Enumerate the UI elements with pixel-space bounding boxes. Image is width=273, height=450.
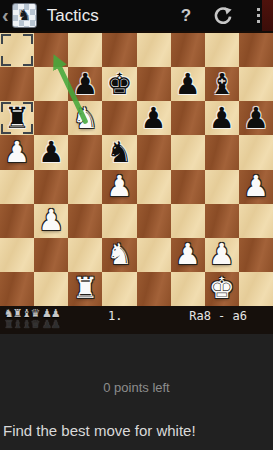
- bar-right-accent: [262, 0, 273, 33]
- square-e4[interactable]: [137, 170, 171, 204]
- square-e3[interactable]: [137, 204, 171, 238]
- square-d8[interactable]: [102, 33, 136, 67]
- square-h3[interactable]: [239, 204, 273, 238]
- square-e7[interactable]: [137, 67, 171, 101]
- square-h8[interactable]: [239, 33, 273, 67]
- action-bar: ‹ ♞ Tactics ?: [0, 0, 273, 31]
- square-f1[interactable]: [171, 272, 205, 306]
- last-move-marker: [23, 56, 33, 66]
- square-g3[interactable]: [205, 204, 239, 238]
- square-e1[interactable]: [137, 272, 171, 306]
- square-b5[interactable]: ♟: [34, 135, 68, 169]
- app-window: ‹ ♞ Tactics ? ♟♚♟♝♜♞♟♟♟♟♟♞♟♟♟♞♟♟♜♚ ♞♜♝♛ …: [0, 0, 273, 450]
- square-c4[interactable]: [68, 170, 102, 204]
- square-h7[interactable]: [239, 67, 273, 101]
- captured-pieces-tray: ♞♜♝♛ ♟♟ ♜♝♝♛ ♟♟: [0, 306, 108, 330]
- square-d3[interactable]: [102, 204, 136, 238]
- last-move-marker: [23, 34, 33, 44]
- square-a8[interactable]: [0, 33, 34, 67]
- square-f2[interactable]: ♟: [171, 238, 205, 272]
- square-g8[interactable]: [205, 33, 239, 67]
- square-e8[interactable]: [137, 33, 171, 67]
- last-move-marker: [1, 102, 11, 112]
- square-e2[interactable]: [137, 238, 171, 272]
- piece-black-pawn: ♟: [209, 104, 235, 133]
- piece-white-king: ♚: [209, 274, 235, 303]
- square-f8[interactable]: [171, 33, 205, 67]
- square-g1[interactable]: ♚: [205, 272, 239, 306]
- square-c2[interactable]: [68, 238, 102, 272]
- piece-white-pawn: ♟: [243, 172, 269, 201]
- square-b4[interactable]: [34, 170, 68, 204]
- square-h2[interactable]: [239, 238, 273, 272]
- piece-black-pawn: ♟: [72, 70, 98, 99]
- last-move-marker: [1, 124, 11, 134]
- square-g5[interactable]: [205, 135, 239, 169]
- chess-board[interactable]: ♟♚♟♝♜♞♟♟♟♟♟♞♟♟♟♞♟♟♜♚: [0, 33, 273, 306]
- page-title: Tactics: [47, 6, 99, 26]
- piece-black-pawn: ♟: [175, 70, 201, 99]
- square-e5[interactable]: [137, 135, 171, 169]
- square-d5[interactable]: ♞: [102, 135, 136, 169]
- captured-white-pieces: ♜♝♝♛ ♟♟: [4, 319, 108, 330]
- square-d7[interactable]: ♚: [102, 67, 136, 101]
- square-a5[interactable]: ♟: [0, 135, 34, 169]
- square-a1[interactable]: [0, 272, 34, 306]
- last-move-marker: [1, 34, 11, 44]
- last-move-marker: [23, 124, 33, 134]
- square-f5[interactable]: [171, 135, 205, 169]
- app-icon: ♞: [12, 3, 37, 28]
- square-a6[interactable]: ♜: [0, 101, 34, 135]
- piece-black-pawn: ♟: [141, 104, 167, 133]
- square-e6[interactable]: ♟: [137, 101, 171, 135]
- square-a3[interactable]: [0, 204, 34, 238]
- square-b2[interactable]: [34, 238, 68, 272]
- piece-black-king: ♚: [106, 70, 132, 99]
- square-f6[interactable]: [171, 101, 205, 135]
- square-h5[interactable]: [239, 135, 273, 169]
- status-panel: 0 points left Find the best move for whi…: [0, 334, 273, 450]
- last-move-text: Ra8 - a6: [189, 306, 247, 323]
- piece-white-knight: ♞: [72, 104, 98, 133]
- square-g7[interactable]: ♝: [205, 67, 239, 101]
- square-f4[interactable]: [171, 170, 205, 204]
- piece-black-pawn: ♟: [38, 138, 64, 167]
- square-b6[interactable]: [34, 101, 68, 135]
- instruction-label: Find the best move for white!: [3, 422, 196, 439]
- piece-white-pawn: ♟: [209, 240, 235, 269]
- last-move-marker: [23, 102, 33, 112]
- square-h1[interactable]: [239, 272, 273, 306]
- piece-white-pawn: ♟: [4, 138, 30, 167]
- piece-white-pawn: ♟: [38, 206, 64, 235]
- piece-white-pawn: ♟: [175, 240, 201, 269]
- square-b8[interactable]: [34, 33, 68, 67]
- square-c6[interactable]: ♞: [68, 101, 102, 135]
- square-h6[interactable]: ♟: [239, 101, 273, 135]
- square-h4[interactable]: ♟: [239, 170, 273, 204]
- square-f7[interactable]: ♟: [171, 67, 205, 101]
- square-d2[interactable]: ♞: [102, 238, 136, 272]
- square-c1[interactable]: ♜: [68, 272, 102, 306]
- square-a7[interactable]: [0, 67, 34, 101]
- square-g6[interactable]: ♟: [205, 101, 239, 135]
- square-a2[interactable]: [0, 238, 34, 272]
- help-button[interactable]: ?: [169, 6, 203, 26]
- refresh-icon: [213, 6, 233, 26]
- square-b1[interactable]: [34, 272, 68, 306]
- square-c8[interactable]: [68, 33, 102, 67]
- move-bar: ♞♜♝♛ ♟♟ ♜♝♝♛ ♟♟ 1. Ra8 - a6: [0, 306, 273, 334]
- square-b7[interactable]: [34, 67, 68, 101]
- piece-black-knight: ♞: [106, 138, 132, 167]
- piece-white-rook: ♜: [72, 274, 98, 303]
- knight-icon: ♞: [17, 8, 30, 23]
- refresh-button[interactable]: [203, 6, 243, 26]
- square-g2[interactable]: ♟: [205, 238, 239, 272]
- square-c7[interactable]: ♟: [68, 67, 102, 101]
- square-d1[interactable]: [102, 272, 136, 306]
- square-g4[interactable]: [205, 170, 239, 204]
- square-f3[interactable]: [171, 204, 205, 238]
- square-c3[interactable]: [68, 204, 102, 238]
- square-b3[interactable]: ♟: [34, 204, 68, 238]
- square-d4[interactable]: ♟: [102, 170, 136, 204]
- square-c5[interactable]: [68, 135, 102, 169]
- move-number: 1.: [108, 306, 154, 323]
- square-d6[interactable]: [102, 101, 136, 135]
- piece-white-pawn: ♟: [106, 172, 132, 201]
- square-a4[interactable]: [0, 170, 34, 204]
- back-button[interactable]: ‹: [0, 0, 10, 31]
- last-move-marker: [1, 56, 11, 66]
- piece-white-knight: ♞: [106, 240, 132, 269]
- points-left-label: 0 points left: [0, 380, 273, 395]
- piece-black-pawn: ♟: [243, 104, 269, 133]
- piece-black-bishop: ♝: [209, 70, 235, 99]
